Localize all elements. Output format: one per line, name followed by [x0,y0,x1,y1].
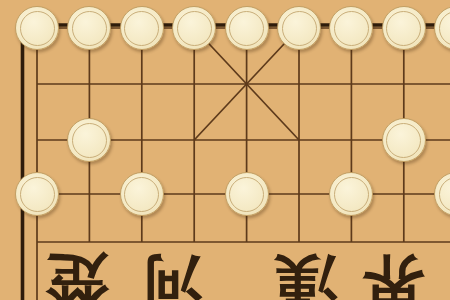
piece-soldier-black[interactable] [120,172,164,216]
piece-chariot-black[interactable] [15,6,59,50]
piece-soldier-black[interactable] [225,172,269,216]
piece-elephant-black[interactable] [120,6,164,50]
piece-advisor-black[interactable] [172,6,216,50]
piece-cannon-black[interactable] [382,118,426,162]
piece-advisor-black[interactable] [277,6,321,50]
river-character: 界 [333,250,450,300]
piece-general-black[interactable] [225,6,269,50]
xiangqi-board[interactable]: 楚河漢界 [0,0,450,300]
piece-horse-black[interactable] [382,6,426,50]
river-character: 河 [110,250,230,300]
piece-soldier-black[interactable] [15,172,59,216]
